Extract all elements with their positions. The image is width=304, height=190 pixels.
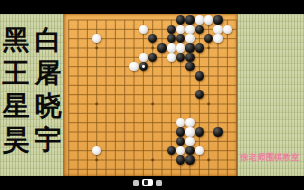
stone-white xyxy=(204,15,213,24)
stone-black xyxy=(167,25,176,34)
stone-white xyxy=(129,62,138,71)
stone-black xyxy=(185,155,194,164)
stone-black xyxy=(176,15,185,24)
stone-black xyxy=(157,43,166,52)
tatami-background: 黑王星昊 白屠晓宇 徐老师围棋教室 xyxy=(0,14,304,176)
stone-black xyxy=(195,43,204,52)
stone-white xyxy=(223,25,232,34)
playback-progress-pill[interactable] xyxy=(142,179,153,186)
stone-white xyxy=(213,34,222,43)
white-player-name: 白屠晓宇 xyxy=(33,24,63,157)
go-board xyxy=(63,14,238,176)
letterbox-top xyxy=(0,0,304,14)
stone-white xyxy=(139,25,148,34)
playback-next-icon[interactable] xyxy=(156,180,162,186)
stone-black xyxy=(185,43,194,52)
stone-black xyxy=(185,146,194,155)
stone-white xyxy=(167,43,176,52)
stone-black xyxy=(213,15,222,24)
stone-black xyxy=(195,71,204,80)
letterbox-bottom xyxy=(0,176,304,190)
stone-white xyxy=(185,137,194,146)
playback-controls[interactable] xyxy=(133,179,162,186)
stone-black xyxy=(185,62,194,71)
video-frame[interactable]: 黑王星昊 白屠晓宇 徐老师围棋教室 xyxy=(0,0,304,190)
stone-black xyxy=(185,15,194,24)
stone-white xyxy=(185,25,194,34)
stone-white xyxy=(185,34,194,43)
stone-white xyxy=(176,43,185,52)
stone-white xyxy=(213,25,222,34)
stone-black xyxy=(176,155,185,164)
stone-white xyxy=(167,53,176,62)
channel-watermark: 徐老师围棋教室 xyxy=(240,152,304,162)
stone-white xyxy=(139,53,148,62)
playback-prev-icon[interactable] xyxy=(133,180,139,186)
stone-white xyxy=(195,15,204,24)
stone-black xyxy=(213,127,222,136)
stone-white xyxy=(185,118,194,127)
black-player-name: 黑王星昊 xyxy=(1,24,31,157)
stone-black xyxy=(195,127,204,136)
stone-black xyxy=(185,53,194,62)
stone-black xyxy=(195,25,204,34)
stone-white xyxy=(185,127,194,136)
stone-black xyxy=(176,127,185,136)
playback-progress-slot xyxy=(144,180,148,185)
last-move-marker xyxy=(142,65,145,68)
